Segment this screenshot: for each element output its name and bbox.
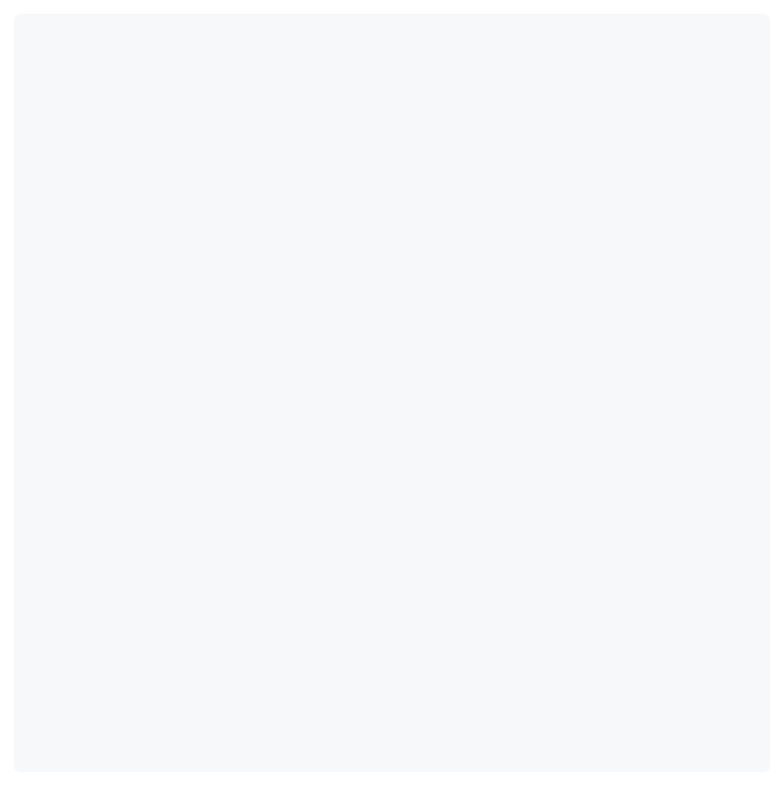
killer-sudoku-board	[0, 0, 784, 786]
cells-grid	[14, 14, 770, 772]
